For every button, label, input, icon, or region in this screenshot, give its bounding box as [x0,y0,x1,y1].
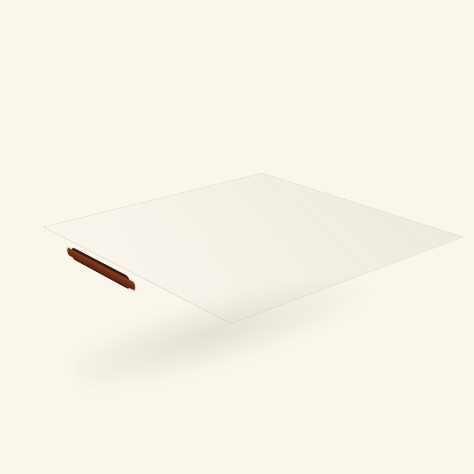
board-surface [44,173,462,323]
product-photo [0,0,474,474]
chessboard [44,173,462,323]
scene [13,0,474,469]
